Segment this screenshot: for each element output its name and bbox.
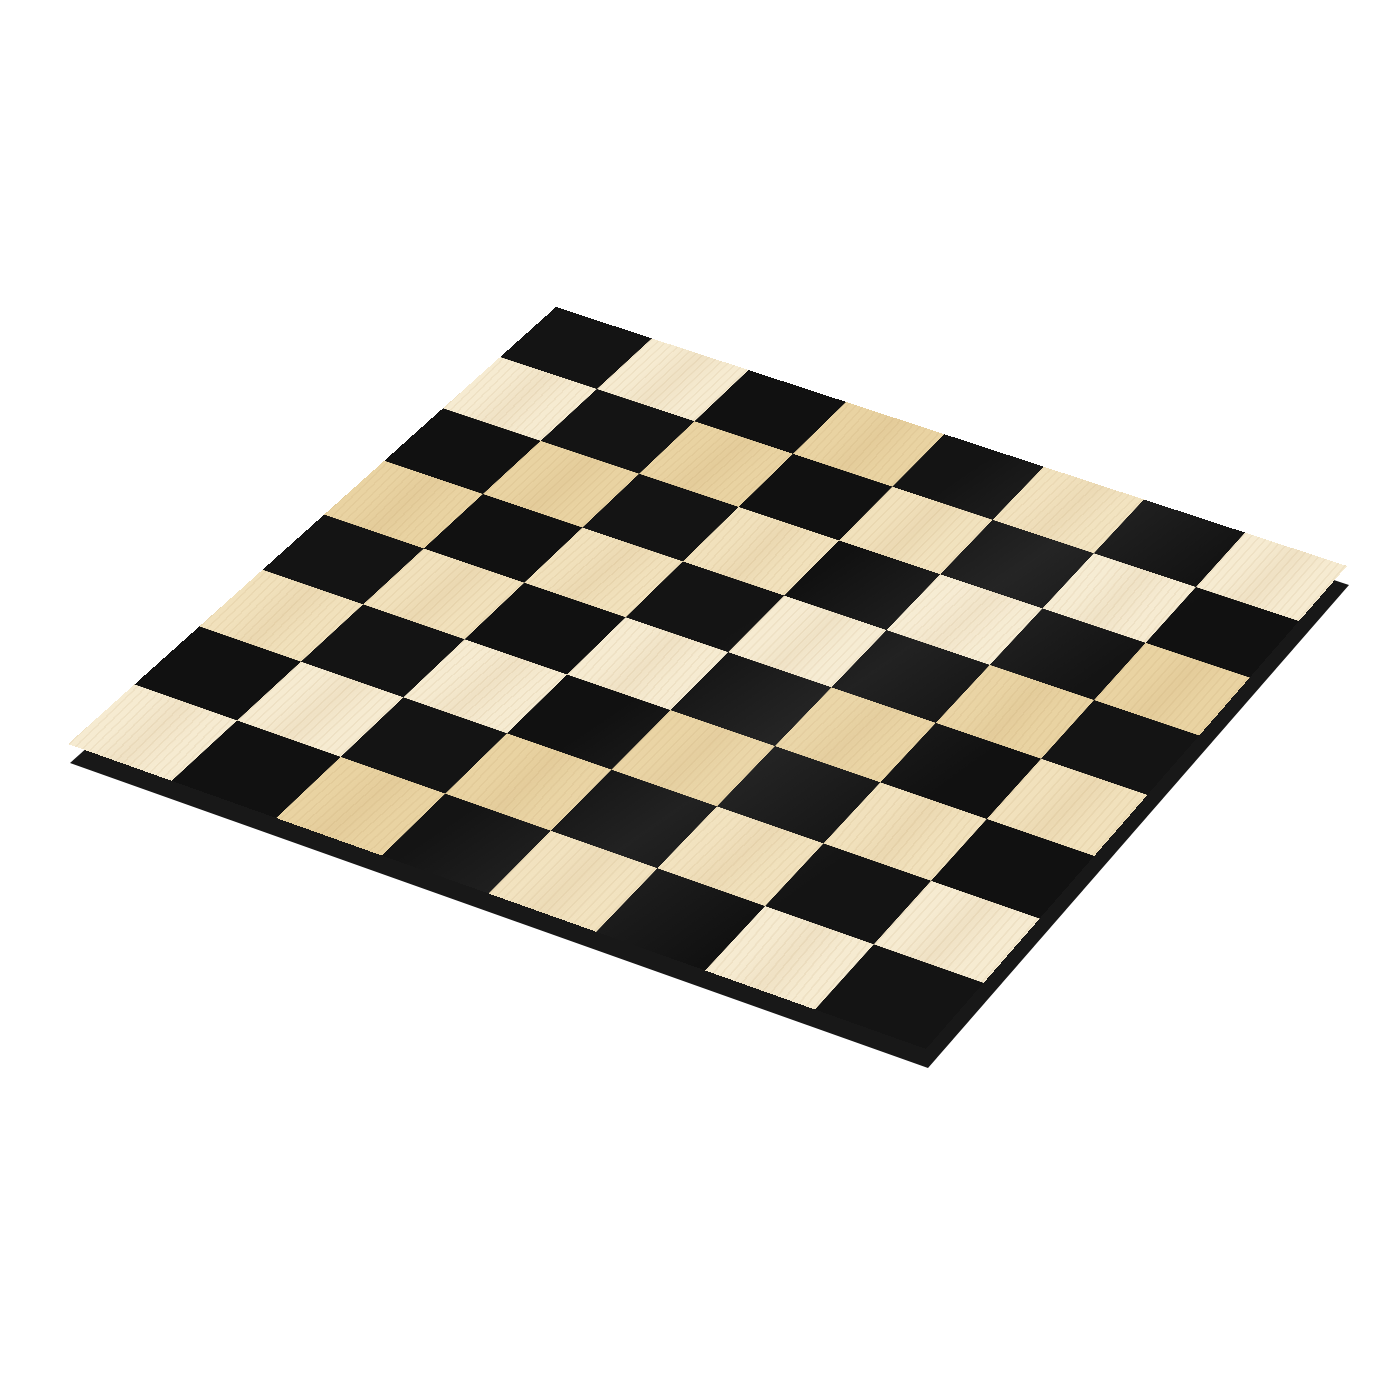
board-grid [68, 307, 1347, 1049]
chess-board [68, 307, 1347, 1049]
product-photo-background [0, 0, 1400, 1400]
